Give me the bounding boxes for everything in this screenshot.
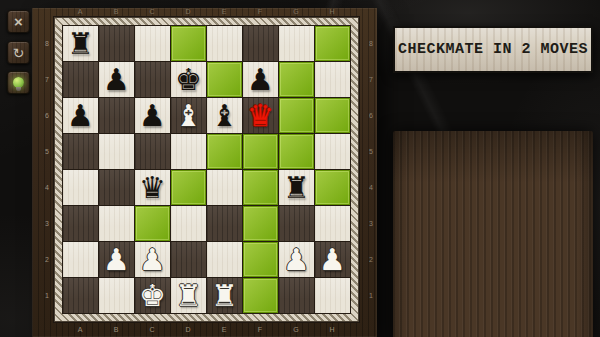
rank-labels-left: 87654321 xyxy=(42,26,52,314)
piece-black-rook[interactable]: ♜ xyxy=(67,26,94,61)
square-d1[interactable]: ♜ xyxy=(171,278,206,313)
square-c4[interactable]: ♛ xyxy=(135,170,170,205)
file-label: C xyxy=(134,325,170,335)
square-a1[interactable] xyxy=(63,278,98,313)
square-a8[interactable]: ♜ xyxy=(63,26,98,61)
square-d6[interactable]: ♝ xyxy=(171,98,206,133)
board-decorative-border: ♜♟♚♟♟♟♝♝♛♛♜♟♟♟♟♚♜♜ xyxy=(54,17,359,322)
square-g4[interactable]: ♜ xyxy=(279,170,314,205)
rank-label: 2 xyxy=(366,242,376,278)
rank-labels-right: 87654321 xyxy=(366,26,376,314)
square-c8[interactable] xyxy=(135,26,170,61)
piece-white-pawn[interactable]: ♟ xyxy=(139,242,166,277)
square-h8[interactable] xyxy=(315,26,350,61)
square-a7[interactable] xyxy=(63,62,98,97)
rank-label: 4 xyxy=(42,170,52,206)
square-e4[interactable] xyxy=(207,170,242,205)
square-f2[interactable] xyxy=(243,242,278,277)
file-label: E xyxy=(206,325,242,335)
square-b4[interactable] xyxy=(99,170,134,205)
square-f1[interactable] xyxy=(243,278,278,313)
square-b1[interactable] xyxy=(99,278,134,313)
close-button[interactable]: × xyxy=(7,10,30,33)
rank-label: 6 xyxy=(42,98,52,134)
piece-white-rook[interactable]: ♜ xyxy=(175,278,202,313)
square-g6[interactable] xyxy=(279,98,314,133)
square-d5[interactable] xyxy=(171,134,206,169)
piece-white-rook[interactable]: ♜ xyxy=(211,278,238,313)
square-d8[interactable] xyxy=(171,26,206,61)
square-f4[interactable] xyxy=(243,170,278,205)
square-c5[interactable] xyxy=(135,134,170,169)
square-g1[interactable] xyxy=(279,278,314,313)
rank-label: 1 xyxy=(42,278,52,314)
square-d4[interactable] xyxy=(171,170,206,205)
square-e7[interactable] xyxy=(207,62,242,97)
square-h2[interactable]: ♟ xyxy=(315,242,350,277)
rank-label: 7 xyxy=(366,62,376,98)
board-grid: ♜♟♚♟♟♟♝♝♛♛♜♟♟♟♟♚♜♜ xyxy=(62,25,351,314)
square-h6[interactable] xyxy=(315,98,350,133)
square-f5[interactable] xyxy=(243,134,278,169)
square-h5[interactable] xyxy=(315,134,350,169)
rank-label: 4 xyxy=(366,170,376,206)
file-label: H xyxy=(314,7,350,17)
piece-red-white-queen[interactable]: ♛ xyxy=(247,98,274,133)
rank-label: 2 xyxy=(42,242,52,278)
file-label: B xyxy=(98,7,134,17)
rank-label: 8 xyxy=(42,26,52,62)
file-label: A xyxy=(62,7,98,17)
square-e8[interactable] xyxy=(207,26,242,61)
square-a3[interactable] xyxy=(63,206,98,241)
file-label: H xyxy=(314,325,350,335)
square-c7[interactable] xyxy=(135,62,170,97)
piece-white-king[interactable]: ♚ xyxy=(139,278,166,313)
restart-icon: ↻ xyxy=(13,45,25,61)
square-f3[interactable] xyxy=(243,206,278,241)
piece-white-pawn[interactable]: ♟ xyxy=(319,242,346,277)
square-h7[interactable] xyxy=(315,62,350,97)
piece-white-pawn[interactable]: ♟ xyxy=(283,242,310,277)
file-label: A xyxy=(62,325,98,335)
puzzle-banner: CHECKMATE IN 2 MOVES xyxy=(393,26,593,73)
square-g8[interactable] xyxy=(279,26,314,61)
square-g2[interactable]: ♟ xyxy=(279,242,314,277)
square-e5[interactable] xyxy=(207,134,242,169)
game-screen: × ↻ ABCDEFGH 87654321 87654321 ♜♟♚♟♟♟♝♝♛… xyxy=(0,0,600,337)
square-g3[interactable] xyxy=(279,206,314,241)
square-a2[interactable] xyxy=(63,242,98,277)
file-label: C xyxy=(134,7,170,17)
square-d2[interactable] xyxy=(171,242,206,277)
piece-black-king[interactable]: ♚ xyxy=(175,62,202,97)
rank-label: 3 xyxy=(42,206,52,242)
square-h4[interactable] xyxy=(315,170,350,205)
chess-board-frame: ABCDEFGH 87654321 87654321 ♜♟♚♟♟♟♝♝♛♛♜♟♟… xyxy=(32,8,377,337)
square-b8[interactable] xyxy=(99,26,134,61)
rank-label: 8 xyxy=(366,26,376,62)
piece-black-queen[interactable]: ♛ xyxy=(139,170,166,205)
square-e3[interactable] xyxy=(207,206,242,241)
piece-black-rook[interactable]: ♜ xyxy=(283,170,310,205)
side-wood-panel xyxy=(393,131,593,337)
hint-button[interactable] xyxy=(7,71,30,94)
square-b6[interactable] xyxy=(99,98,134,133)
file-labels-bottom: ABCDEFGH xyxy=(62,325,350,335)
square-d7[interactable]: ♚ xyxy=(171,62,206,97)
square-a5[interactable] xyxy=(63,134,98,169)
piece-black-bishop[interactable]: ♝ xyxy=(211,98,238,133)
file-label: E xyxy=(206,7,242,17)
piece-black-pawn[interactable]: ♟ xyxy=(247,62,274,97)
hint-bulb-icon xyxy=(13,77,24,88)
close-icon: × xyxy=(14,13,23,30)
puzzle-banner-text: CHECKMATE IN 2 MOVES xyxy=(398,41,588,58)
square-b5[interactable] xyxy=(99,134,134,169)
square-c3[interactable] xyxy=(135,206,170,241)
square-b7[interactable]: ♟ xyxy=(99,62,134,97)
rank-label: 3 xyxy=(366,206,376,242)
square-d3[interactable] xyxy=(171,206,206,241)
square-a6[interactable]: ♟ xyxy=(63,98,98,133)
file-label: B xyxy=(98,325,134,335)
rank-label: 5 xyxy=(366,134,376,170)
file-label: F xyxy=(242,7,278,17)
square-f6[interactable]: ♛ xyxy=(243,98,278,133)
square-h3[interactable] xyxy=(315,206,350,241)
square-b3[interactable] xyxy=(99,206,134,241)
square-h1[interactable] xyxy=(315,278,350,313)
piece-white-bishop[interactable]: ♝ xyxy=(175,98,202,133)
piece-black-pawn[interactable]: ♟ xyxy=(139,98,166,133)
square-e2[interactable] xyxy=(207,242,242,277)
square-f8[interactable] xyxy=(243,26,278,61)
piece-white-pawn[interactable]: ♟ xyxy=(103,242,130,277)
square-a4[interactable] xyxy=(63,170,98,205)
file-labels-top: ABCDEFGH xyxy=(62,7,350,17)
rank-label: 6 xyxy=(366,98,376,134)
rank-label: 1 xyxy=(366,278,376,314)
file-label: D xyxy=(170,325,206,335)
square-g5[interactable] xyxy=(279,134,314,169)
square-g7[interactable] xyxy=(279,62,314,97)
file-label: G xyxy=(278,7,314,17)
square-e1[interactable]: ♜ xyxy=(207,278,242,313)
piece-black-pawn[interactable]: ♟ xyxy=(103,62,130,97)
square-c1[interactable]: ♚ xyxy=(135,278,170,313)
square-c2[interactable]: ♟ xyxy=(135,242,170,277)
restart-button[interactable]: ↻ xyxy=(7,41,30,64)
piece-black-pawn[interactable]: ♟ xyxy=(67,98,94,133)
file-label: D xyxy=(170,7,206,17)
file-label: F xyxy=(242,325,278,335)
rank-label: 5 xyxy=(42,134,52,170)
rank-label: 7 xyxy=(42,62,52,98)
square-f7[interactable]: ♟ xyxy=(243,62,278,97)
file-label: G xyxy=(278,325,314,335)
square-e6[interactable]: ♝ xyxy=(207,98,242,133)
square-b2[interactable]: ♟ xyxy=(99,242,134,277)
square-c6[interactable]: ♟ xyxy=(135,98,170,133)
